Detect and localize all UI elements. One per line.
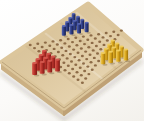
hole-empty[interactable] (91, 42, 94, 44)
peg-body (77, 24, 81, 34)
hole-empty[interactable] (57, 51, 60, 53)
hole-empty[interactable] (87, 46, 90, 48)
peg-body (108, 52, 113, 63)
hole-empty[interactable] (41, 46, 44, 48)
hole-empty[interactable] (63, 42, 66, 44)
peg-body (32, 63, 37, 75)
peg-body (55, 60, 60, 72)
hole-empty[interactable] (99, 48, 102, 50)
hole-empty[interactable] (85, 58, 88, 60)
hole-empty[interactable] (95, 45, 98, 47)
hole-empty[interactable] (44, 41, 47, 43)
hole-empty[interactable] (98, 41, 101, 43)
hole-empty[interactable] (71, 41, 74, 43)
hole-empty[interactable] (91, 69, 94, 71)
peg-body (69, 25, 73, 35)
chinese-checkers-board (0, 0, 144, 121)
hole-empty[interactable] (66, 57, 69, 59)
hole-empty[interactable] (90, 61, 93, 63)
peg-body (62, 26, 66, 36)
hole-empty[interactable] (81, 55, 84, 57)
hole-empty[interactable] (80, 74, 83, 76)
peg-top (80, 19, 84, 21)
hole-empty[interactable] (75, 44, 78, 46)
hole-empty[interactable] (102, 36, 105, 38)
hole-empty[interactable] (72, 48, 75, 50)
hole-empty[interactable] (33, 47, 36, 49)
hole-empty[interactable] (90, 34, 93, 36)
hole-empty[interactable] (60, 47, 63, 49)
hole-empty[interactable] (80, 47, 83, 49)
peg-top (40, 61, 45, 63)
hole-empty[interactable] (74, 37, 77, 39)
peg-top (115, 43, 120, 45)
peg-top (73, 20, 77, 22)
hole-empty[interactable] (76, 71, 79, 73)
hole-empty[interactable] (36, 43, 39, 45)
hole-empty[interactable] (61, 54, 64, 56)
hole-empty[interactable] (71, 68, 74, 70)
hole-empty[interactable] (86, 65, 89, 67)
peg-top (104, 48, 109, 50)
hole-empty[interactable] (73, 56, 76, 58)
peg-shadow (79, 33, 83, 35)
peg-body (85, 23, 89, 33)
hole-empty[interactable] (52, 40, 55, 42)
hole-empty[interactable] (97, 33, 100, 35)
hole-empty[interactable] (77, 52, 80, 54)
peg-top (47, 60, 52, 62)
hole-empty[interactable] (97, 60, 100, 62)
hole-empty[interactable] (82, 35, 85, 37)
hole-empty[interactable] (96, 52, 99, 54)
peg-top (39, 54, 44, 56)
peg-top (112, 47, 117, 49)
peg-top (107, 44, 112, 46)
hole-empty[interactable] (74, 63, 77, 65)
peg-top (32, 62, 37, 64)
hole-empty[interactable] (106, 39, 109, 41)
peg-top (108, 51, 113, 53)
hole-empty[interactable] (68, 72, 71, 74)
peg-top (119, 46, 124, 48)
photo-scene (0, 0, 144, 121)
hole-empty[interactable] (94, 64, 97, 66)
hole-empty[interactable] (79, 40, 82, 42)
hole-empty[interactable] (62, 62, 65, 64)
peg-top (76, 16, 80, 18)
peg-top (65, 21, 69, 23)
hole-empty[interactable] (29, 44, 32, 46)
peg-top (72, 13, 76, 15)
hole-empty[interactable] (79, 67, 82, 69)
peg-shadow (87, 32, 91, 34)
peg-body (47, 61, 52, 73)
hole-empty[interactable] (120, 29, 123, 31)
hole-empty[interactable] (87, 73, 90, 75)
hole-empty[interactable] (83, 70, 86, 72)
peg-shadow (64, 36, 68, 38)
hole-empty[interactable] (83, 43, 86, 45)
hole-empty[interactable] (56, 43, 59, 45)
hole-empty[interactable] (67, 38, 70, 40)
hole-empty[interactable] (65, 50, 68, 52)
peg-top (68, 17, 72, 19)
hole-empty[interactable] (69, 53, 72, 55)
peg-top (116, 50, 121, 52)
hole-empty[interactable] (67, 65, 70, 67)
hole-empty[interactable] (77, 79, 80, 81)
hole-empty[interactable] (84, 77, 87, 79)
hole-empty[interactable] (92, 49, 95, 51)
hole-empty[interactable] (59, 39, 62, 41)
hole-empty[interactable] (109, 35, 112, 37)
hole-empty[interactable] (117, 34, 120, 36)
peg-top (51, 56, 56, 58)
hole-empty[interactable] (86, 39, 89, 41)
peg-body (40, 62, 45, 74)
peg-top (42, 50, 47, 52)
hole-empty[interactable] (64, 69, 67, 71)
peg-top (43, 57, 48, 59)
peg-top (36, 58, 41, 60)
hole-empty[interactable] (112, 31, 115, 33)
peg-shadow (71, 35, 75, 37)
peg-top (70, 24, 74, 26)
peg-top (55, 59, 60, 61)
hole-empty[interactable] (105, 32, 108, 34)
peg-top (46, 53, 51, 55)
hole-empty[interactable] (94, 37, 97, 39)
peg-body (101, 53, 106, 64)
hole-empty[interactable] (72, 75, 75, 77)
hole-empty[interactable] (93, 57, 96, 59)
hole-empty[interactable] (103, 44, 106, 46)
peg-top (85, 22, 89, 24)
peg-body (124, 50, 129, 61)
peg-top (111, 40, 115, 42)
hole-empty[interactable] (82, 62, 85, 64)
hole-empty[interactable] (84, 50, 87, 52)
hole-empty[interactable] (68, 45, 71, 47)
hole-empty[interactable] (89, 54, 92, 56)
peg-top (62, 25, 66, 27)
hole-empty[interactable] (78, 59, 81, 61)
peg-top (77, 23, 81, 25)
hole-empty[interactable] (48, 45, 51, 47)
peg-body (116, 51, 121, 62)
hole-empty[interactable] (53, 48, 56, 50)
hole-empty[interactable] (70, 60, 73, 62)
hole-empty[interactable] (37, 50, 40, 52)
peg-top (124, 49, 129, 51)
hole-empty[interactable] (81, 82, 84, 84)
peg-top (101, 52, 106, 54)
